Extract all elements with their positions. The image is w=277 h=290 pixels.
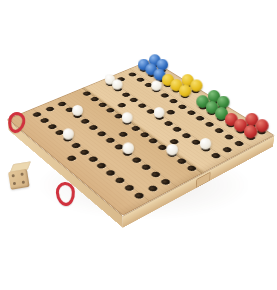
die-pip — [20, 173, 23, 176]
hole — [150, 170, 162, 178]
hole — [186, 110, 197, 116]
hole — [114, 176, 126, 184]
peg-yellow — [190, 79, 202, 91]
hole — [57, 101, 68, 107]
hole — [70, 142, 82, 149]
hole — [160, 93, 171, 99]
barricade-peg-white — [151, 80, 161, 90]
hole — [133, 191, 146, 199]
hole — [140, 163, 152, 170]
die-pip — [22, 180, 25, 183]
die-pip — [11, 174, 14, 177]
hole — [137, 103, 148, 109]
hole — [138, 131, 149, 138]
hole — [128, 97, 139, 103]
die-front-face — [8, 169, 30, 190]
product-photo-canvas — [0, 0, 277, 290]
hole — [89, 96, 100, 102]
hole — [97, 102, 108, 108]
hole — [159, 178, 171, 186]
hole — [44, 106, 55, 112]
barricade-peg-white — [72, 105, 83, 116]
hole — [165, 109, 176, 115]
hole — [223, 134, 235, 141]
hole — [175, 158, 187, 165]
barricade-peg-white — [122, 142, 134, 154]
hole — [96, 130, 107, 137]
hole — [127, 72, 137, 77]
hole — [209, 152, 221, 159]
hole — [221, 146, 233, 153]
barricade-peg-white — [62, 128, 73, 139]
hole — [81, 91, 92, 97]
barricade-peg-white — [166, 144, 178, 156]
wooden-die — [7, 161, 35, 192]
hole — [135, 77, 145, 82]
barricade-peg-white — [121, 112, 132, 123]
hole — [177, 104, 188, 110]
hole — [87, 155, 99, 162]
hole — [39, 117, 50, 123]
hole — [117, 131, 128, 138]
hole — [233, 140, 245, 147]
hole — [123, 184, 135, 192]
hole — [185, 165, 197, 172]
peg-red — [244, 125, 257, 138]
hole — [65, 155, 77, 162]
peg-yellow — [179, 84, 191, 96]
hole — [32, 111, 43, 117]
hole — [120, 92, 131, 98]
hole — [131, 156, 143, 163]
hole — [96, 162, 108, 169]
hole — [105, 137, 116, 144]
hole — [105, 108, 116, 114]
die-pip — [13, 182, 16, 185]
hole — [213, 127, 224, 134]
hole — [204, 121, 215, 127]
hole — [146, 184, 159, 192]
hole — [79, 149, 91, 156]
hole — [117, 102, 128, 108]
hole — [168, 98, 179, 104]
hole — [105, 169, 117, 177]
